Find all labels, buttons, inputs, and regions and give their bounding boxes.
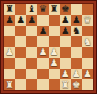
square-f1[interactable]: ♜ xyxy=(60,79,71,90)
square-c2[interactable] xyxy=(26,69,37,80)
square-a6[interactable] xyxy=(4,26,15,37)
chess-board: ♜♝♛♜♚♟♟♟♟♟♛♟♟♞♞♟♟♟♟♟♟♟♜♜♚ xyxy=(4,4,93,90)
square-f5[interactable] xyxy=(60,36,71,47)
square-d5[interactable] xyxy=(37,36,48,47)
square-b6[interactable] xyxy=(15,26,26,37)
piece-white-pawn: ♟ xyxy=(50,58,59,68)
square-a3[interactable] xyxy=(4,58,15,69)
square-e7[interactable] xyxy=(49,15,60,26)
square-f3[interactable] xyxy=(60,58,71,69)
square-h3[interactable] xyxy=(82,58,93,69)
piece-white-pawn: ♟ xyxy=(61,69,70,79)
square-b5[interactable] xyxy=(15,36,26,47)
piece-white-rook: ♜ xyxy=(5,79,14,89)
square-b3[interactable] xyxy=(15,58,26,69)
square-a5[interactable] xyxy=(4,36,15,47)
square-c1[interactable] xyxy=(26,79,37,90)
square-e2[interactable] xyxy=(49,69,60,80)
square-e5[interactable] xyxy=(49,36,60,47)
piece-white-pawn: ♟ xyxy=(39,47,48,57)
square-c8[interactable]: ♝ xyxy=(26,4,37,15)
piece-white-rook: ♜ xyxy=(61,79,70,89)
piece-black-king: ♚ xyxy=(61,4,70,14)
square-a8[interactable]: ♜ xyxy=(4,4,15,15)
square-f4[interactable] xyxy=(60,47,71,58)
square-g6[interactable]: ♞ xyxy=(71,26,82,37)
square-g3[interactable] xyxy=(71,58,82,69)
square-e6[interactable] xyxy=(49,26,60,37)
piece-black-pawn: ♟ xyxy=(72,15,81,25)
piece-white-pawn: ♟ xyxy=(50,47,59,57)
piece-black-queen: ♛ xyxy=(39,4,48,14)
piece-white-pawn: ♟ xyxy=(72,69,81,79)
square-b2[interactable] xyxy=(15,69,26,80)
square-g2[interactable]: ♟ xyxy=(71,69,82,80)
square-b7[interactable]: ♟ xyxy=(15,15,26,26)
piece-black-knight: ♞ xyxy=(72,26,81,36)
piece-white-queen: ♛ xyxy=(83,15,92,25)
square-d8[interactable]: ♛ xyxy=(37,4,48,15)
piece-black-pawn: ♟ xyxy=(39,26,48,36)
square-a1[interactable]: ♜ xyxy=(4,79,15,90)
square-h1[interactable] xyxy=(82,79,93,90)
square-h2[interactable]: ♟ xyxy=(82,69,93,80)
square-c5[interactable] xyxy=(26,36,37,47)
piece-black-rook: ♜ xyxy=(50,4,59,14)
square-f7[interactable]: ♟ xyxy=(60,15,71,26)
square-g7[interactable]: ♟ xyxy=(71,15,82,26)
square-c6[interactable] xyxy=(26,26,37,37)
square-f2[interactable]: ♟ xyxy=(60,69,71,80)
square-d6[interactable]: ♟ xyxy=(37,26,48,37)
piece-black-pawn: ♟ xyxy=(61,26,70,36)
square-c4[interactable] xyxy=(26,47,37,58)
square-h8[interactable] xyxy=(82,4,93,15)
square-e1[interactable] xyxy=(49,79,60,90)
square-d4[interactable]: ♟ xyxy=(37,47,48,58)
square-h5[interactable]: ♞ xyxy=(82,36,93,47)
piece-black-rook: ♜ xyxy=(5,4,14,14)
square-c3[interactable] xyxy=(26,58,37,69)
square-d3[interactable] xyxy=(37,58,48,69)
square-g4[interactable] xyxy=(71,47,82,58)
piece-white-king: ♚ xyxy=(72,79,81,89)
square-e8[interactable]: ♜ xyxy=(49,4,60,15)
square-f6[interactable]: ♟ xyxy=(60,26,71,37)
piece-white-pawn: ♟ xyxy=(5,47,14,57)
piece-black-pawn: ♟ xyxy=(61,15,70,25)
square-d1[interactable] xyxy=(37,79,48,90)
square-b4[interactable] xyxy=(15,47,26,58)
piece-black-pawn: ♟ xyxy=(28,15,37,25)
square-a2[interactable] xyxy=(4,69,15,80)
square-e4[interactable]: ♟ xyxy=(49,47,60,58)
square-b8[interactable] xyxy=(15,4,26,15)
square-g1[interactable]: ♚ xyxy=(71,79,82,90)
square-h6[interactable] xyxy=(82,26,93,37)
square-g8[interactable] xyxy=(71,4,82,15)
piece-white-knight: ♞ xyxy=(83,36,92,46)
square-d2[interactable] xyxy=(37,69,48,80)
square-f8[interactable]: ♚ xyxy=(60,4,71,15)
square-c7[interactable]: ♟ xyxy=(26,15,37,26)
piece-black-pawn: ♟ xyxy=(16,15,25,25)
square-a4[interactable]: ♟ xyxy=(4,47,15,58)
square-e3[interactable]: ♟ xyxy=(49,58,60,69)
square-a7[interactable]: ♟ xyxy=(4,15,15,26)
square-h4[interactable] xyxy=(82,47,93,58)
square-b1[interactable] xyxy=(15,79,26,90)
piece-black-pawn: ♟ xyxy=(5,15,14,25)
square-g5[interactable] xyxy=(71,36,82,47)
square-d7[interactable] xyxy=(37,15,48,26)
square-h7[interactable]: ♛ xyxy=(82,15,93,26)
board-frame: ♜♝♛♜♚♟♟♟♟♟♛♟♟♞♞♟♟♟♟♟♟♟♜♜♚ xyxy=(0,0,97,94)
piece-white-pawn: ♟ xyxy=(83,69,92,79)
piece-black-bishop: ♝ xyxy=(28,4,37,14)
